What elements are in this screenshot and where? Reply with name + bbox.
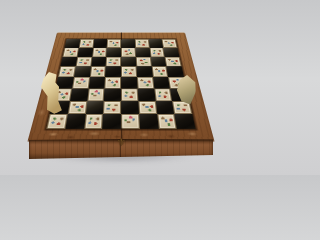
square-b1 [65,114,85,129]
square-h7 [163,48,179,57]
square-c8 [93,39,108,47]
square-f1 [139,114,158,129]
square-f2 [138,101,157,114]
square-d4 [105,77,121,88]
square-d1 [102,114,121,129]
square-b4 [72,77,90,88]
square-f4 [137,77,154,88]
square-b8 [79,39,94,47]
photo-backdrop: ⚜ [0,0,233,175]
square-d7 [106,48,121,57]
square-e2 [121,101,139,114]
square-f6 [136,57,152,67]
square-e8 [121,39,135,47]
square-g8 [148,39,163,47]
square-h8 [162,39,178,47]
square-e4 [121,77,137,88]
fold-seam [120,33,121,142]
square-b6 [76,57,92,67]
square-b7 [77,48,93,57]
square-e1 [121,114,140,129]
square-c5 [90,66,106,77]
square-d3 [104,88,121,100]
square-f8 [135,39,150,47]
square-e6 [121,57,136,67]
square-b5 [74,66,91,77]
square-b3 [70,88,88,100]
square-c2 [85,101,104,114]
square-b2 [67,101,86,114]
square-c3 [87,88,105,100]
square-d2 [103,101,121,114]
square-g6 [150,57,166,67]
square-d5 [105,66,121,77]
square-g7 [149,48,165,57]
square-g4 [153,77,171,88]
square-f3 [137,88,155,100]
square-g3 [154,88,172,100]
square-c7 [92,48,107,57]
square-c4 [88,77,105,88]
square-e5 [121,66,137,77]
square-d8 [107,39,121,47]
square-d6 [106,57,121,67]
brass-hinge-icon: ⚜ [114,136,129,150]
square-e3 [121,88,138,100]
square-e7 [121,48,136,57]
square-g5 [151,66,168,77]
square-h1 [175,114,196,129]
square-h6 [165,57,182,67]
square-f7 [135,48,150,57]
square-h5 [166,66,184,77]
square-c6 [91,57,107,67]
square-f5 [136,66,152,77]
square-c1 [84,114,103,129]
